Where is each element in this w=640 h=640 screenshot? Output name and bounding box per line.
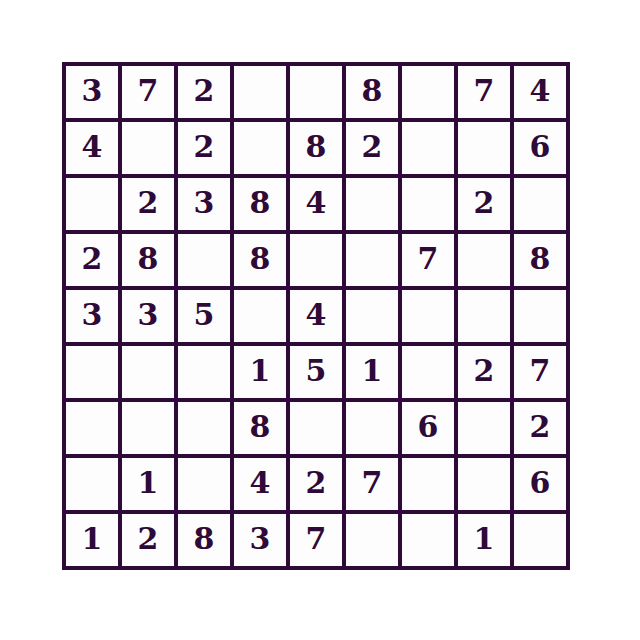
cell-r7c3[interactable] (178, 402, 230, 454)
cell-r3c8[interactable]: 2 (458, 178, 510, 230)
cell-r3c4[interactable]: 8 (234, 178, 286, 230)
cell-r3c3[interactable]: 3 (178, 178, 230, 230)
cell-r5c4[interactable] (234, 290, 286, 342)
cell-r9c7[interactable] (402, 514, 454, 566)
cell-r9c3[interactable]: 8 (178, 514, 230, 566)
cell-r3c7[interactable] (402, 178, 454, 230)
cell-r5c1[interactable]: 3 (66, 290, 118, 342)
cell-r6c7[interactable] (402, 346, 454, 398)
cell-r6c2[interactable] (122, 346, 174, 398)
cell-r2c1[interactable]: 4 (66, 122, 118, 174)
cell-r5c6[interactable] (346, 290, 398, 342)
puzzle-page: 3728744282623842288783354151278621427612… (0, 0, 640, 640)
cell-r2c5[interactable]: 8 (290, 122, 342, 174)
cell-r8c3[interactable] (178, 458, 230, 510)
cell-r5c3[interactable]: 5 (178, 290, 230, 342)
cell-r4c4[interactable]: 8 (234, 234, 286, 286)
cell-r1c5[interactable] (290, 66, 342, 118)
cell-r9c2[interactable]: 2 (122, 514, 174, 566)
cell-r2c8[interactable] (458, 122, 510, 174)
cell-r1c9[interactable]: 4 (514, 66, 566, 118)
cell-r5c7[interactable] (402, 290, 454, 342)
cell-r8c4[interactable]: 4 (234, 458, 286, 510)
cell-r9c1[interactable]: 1 (66, 514, 118, 566)
cell-r9c6[interactable] (346, 514, 398, 566)
cell-r6c6[interactable]: 1 (346, 346, 398, 398)
cell-r7c7[interactable]: 6 (402, 402, 454, 454)
cell-r1c3[interactable]: 2 (178, 66, 230, 118)
cell-r1c2[interactable]: 7 (122, 66, 174, 118)
cell-r1c1[interactable]: 3 (66, 66, 118, 118)
cell-r1c8[interactable]: 7 (458, 66, 510, 118)
cell-r6c5[interactable]: 5 (290, 346, 342, 398)
cell-r8c2[interactable]: 1 (122, 458, 174, 510)
cell-r6c3[interactable] (178, 346, 230, 398)
cell-r4c1[interactable]: 2 (66, 234, 118, 286)
cell-r2c4[interactable] (234, 122, 286, 174)
cell-r4c6[interactable] (346, 234, 398, 286)
cell-r4c3[interactable] (178, 234, 230, 286)
cell-r1c7[interactable] (402, 66, 454, 118)
cell-r7c2[interactable] (122, 402, 174, 454)
cell-r8c6[interactable]: 7 (346, 458, 398, 510)
cell-r8c5[interactable]: 2 (290, 458, 342, 510)
puzzle-board: 3728744282623842288783354151278621427612… (62, 62, 570, 570)
cell-r2c7[interactable] (402, 122, 454, 174)
cell-r3c9[interactable] (514, 178, 566, 230)
cell-r5c8[interactable] (458, 290, 510, 342)
cell-r7c6[interactable] (346, 402, 398, 454)
cell-r7c4[interactable]: 8 (234, 402, 286, 454)
cell-r9c5[interactable]: 7 (290, 514, 342, 566)
cell-r4c2[interactable]: 8 (122, 234, 174, 286)
cell-r7c8[interactable] (458, 402, 510, 454)
cell-r4c9[interactable]: 8 (514, 234, 566, 286)
cell-r4c7[interactable]: 7 (402, 234, 454, 286)
cell-r5c2[interactable]: 3 (122, 290, 174, 342)
cell-r7c9[interactable]: 2 (514, 402, 566, 454)
cell-r2c6[interactable]: 2 (346, 122, 398, 174)
cell-r9c9[interactable] (514, 514, 566, 566)
cell-r4c5[interactable] (290, 234, 342, 286)
cell-r6c9[interactable]: 7 (514, 346, 566, 398)
cell-r3c6[interactable] (346, 178, 398, 230)
cell-r5c5[interactable]: 4 (290, 290, 342, 342)
cell-r7c5[interactable] (290, 402, 342, 454)
cell-r2c2[interactable] (122, 122, 174, 174)
cell-r3c2[interactable]: 2 (122, 178, 174, 230)
cell-r2c9[interactable]: 6 (514, 122, 566, 174)
cell-r6c8[interactable]: 2 (458, 346, 510, 398)
cell-r7c1[interactable] (66, 402, 118, 454)
cell-r8c7[interactable] (402, 458, 454, 510)
cell-r6c1[interactable] (66, 346, 118, 398)
cell-r6c4[interactable]: 1 (234, 346, 286, 398)
cell-r5c9[interactable] (514, 290, 566, 342)
cell-r1c4[interactable] (234, 66, 286, 118)
cell-r4c8[interactable] (458, 234, 510, 286)
cell-r8c1[interactable] (66, 458, 118, 510)
cell-r3c5[interactable]: 4 (290, 178, 342, 230)
cell-r9c8[interactable]: 1 (458, 514, 510, 566)
cell-r9c4[interactable]: 3 (234, 514, 286, 566)
cell-r3c1[interactable] (66, 178, 118, 230)
cell-r8c8[interactable] (458, 458, 510, 510)
cell-r2c3[interactable]: 2 (178, 122, 230, 174)
cell-r1c6[interactable]: 8 (346, 66, 398, 118)
cell-r8c9[interactable]: 6 (514, 458, 566, 510)
